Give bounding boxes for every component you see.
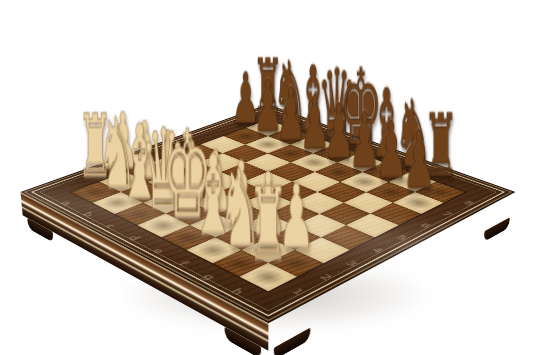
board-foot — [27, 217, 54, 242]
board-foot — [224, 326, 261, 355]
black-pawn-h7: ♟ — [402, 120, 435, 200]
studio-backdrop: { "game": "chess", "view": "perspective … — [0, 0, 533, 355]
board-foot — [273, 327, 310, 355]
board-foot — [483, 217, 509, 242]
white-rook-h1: ♜ — [247, 174, 289, 274]
chess-board: abcdefgh 87654321 ♜♞♝♛♚♝♞♜♟♟♟♟♟♟♟♟♟♟♟♟♟♟… — [20, 104, 515, 323]
board-top: abcdefgh 87654321 ♜♞♝♛♚♝♞♜♟♟♟♟♟♟♟♟♟♟♟♟♟♟… — [20, 104, 515, 323]
scene: abcdefgh 87654321 ♜♞♝♛♚♝♞♜♟♟♟♟♟♟♟♟♟♟♟♟♟♟… — [0, 0, 533, 355]
